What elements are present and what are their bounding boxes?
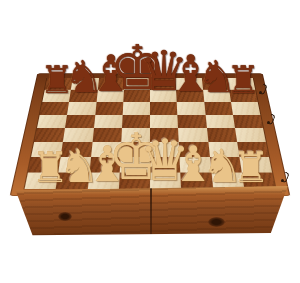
dark-rook[interactable]: ♜ <box>227 61 261 99</box>
piece-layer: ♜♞♝♚♛♝♞♜♜♞♝♚♛♝♞♜ <box>0 0 300 283</box>
chess-set-photo: ♜♞♝♚♛♝♞♜♜♞♝♚♛♝♞♜ <box>0 0 300 283</box>
light-rook[interactable]: ♜ <box>232 147 270 189</box>
